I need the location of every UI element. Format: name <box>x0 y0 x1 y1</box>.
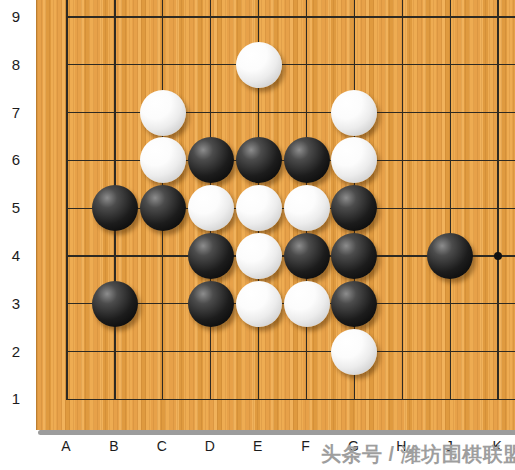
stone-black-D3 <box>188 281 234 327</box>
watermark-text: 头条号 / 潍坊围棋联盟 <box>321 441 515 465</box>
col-label-A: A <box>51 438 81 454</box>
col-label-C: C <box>147 438 177 454</box>
stone-white-F5 <box>284 185 330 231</box>
row-label-7: 7 <box>4 104 28 122</box>
grid-line-col-J <box>450 0 451 400</box>
star-point-K4 <box>494 252 502 260</box>
row-label-3: 3 <box>4 295 28 313</box>
col-label-E: E <box>243 438 273 454</box>
grid-line-row-7 <box>67 112 515 113</box>
col-label-B: B <box>99 438 129 454</box>
stone-black-E6 <box>236 137 282 183</box>
stone-black-B5 <box>92 185 138 231</box>
stone-white-E5 <box>236 185 282 231</box>
grid-line-col-H <box>402 0 403 400</box>
stone-white-C6 <box>140 137 186 183</box>
stone-white-E4 <box>236 233 282 279</box>
stone-white-E3 <box>236 281 282 327</box>
board-bottom-edge <box>38 430 515 435</box>
grid-line-row-1 <box>67 399 515 400</box>
stone-black-F4 <box>284 233 330 279</box>
stone-black-C5 <box>140 185 186 231</box>
stone-white-E8 <box>236 42 282 88</box>
stone-white-C7 <box>140 90 186 136</box>
grid-line-row-8 <box>67 64 515 65</box>
stone-white-G7 <box>331 90 377 136</box>
stone-white-F3 <box>284 281 330 327</box>
stone-black-G3 <box>331 281 377 327</box>
stone-black-F6 <box>284 137 330 183</box>
row-label-5: 5 <box>4 199 28 217</box>
grid-line-row-9 <box>67 16 515 17</box>
stone-black-D4 <box>188 233 234 279</box>
col-label-D: D <box>195 438 225 454</box>
go-diagram: 987654321ABCDEFGHJK 头条号 / 潍坊围棋联盟 <box>0 0 515 470</box>
row-label-6: 6 <box>4 151 28 169</box>
stone-black-G5 <box>331 185 377 231</box>
stone-black-D6 <box>188 137 234 183</box>
stone-black-B3 <box>92 281 138 327</box>
row-label-9: 9 <box>4 8 28 26</box>
row-label-4: 4 <box>4 247 28 265</box>
grid-line-row-2 <box>67 351 515 352</box>
stone-white-G2 <box>331 329 377 375</box>
row-label-8: 8 <box>4 56 28 74</box>
grid-line-col-K <box>497 0 498 400</box>
grid-line-col-A <box>66 0 67 400</box>
row-label-1: 1 <box>4 390 28 408</box>
go-board <box>36 0 515 430</box>
row-label-2: 2 <box>4 343 28 361</box>
stone-black-G4 <box>331 233 377 279</box>
col-label-F: F <box>291 438 321 454</box>
stone-black-J4 <box>427 233 473 279</box>
stone-white-D5 <box>188 185 234 231</box>
stone-white-G6 <box>331 137 377 183</box>
